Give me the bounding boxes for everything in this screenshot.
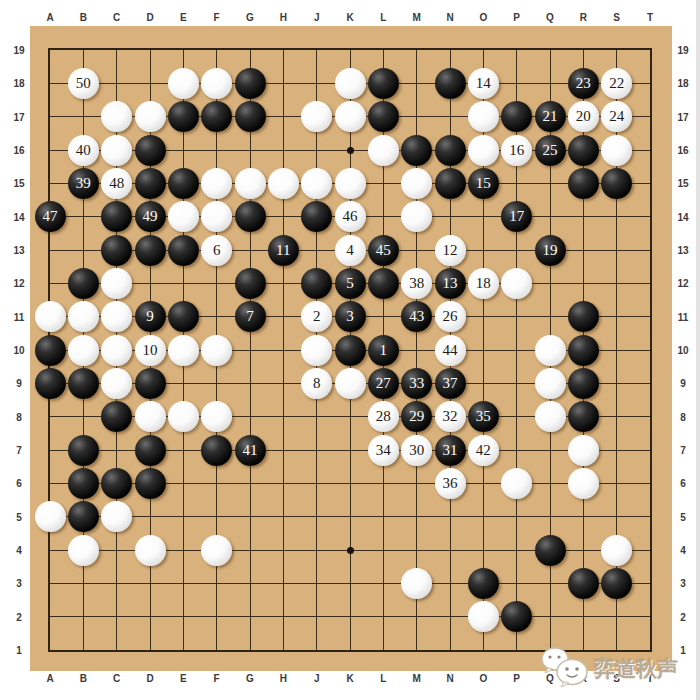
stone-D6 [135, 468, 166, 499]
stone-B12 [68, 268, 99, 299]
column-label-top: O [479, 12, 487, 23]
stone-E15 [168, 168, 199, 199]
row-label-right: 2 [680, 611, 686, 622]
row-label-right: 9 [680, 378, 686, 389]
stone-O18: 14 [468, 68, 499, 99]
stone-M7: 30 [401, 435, 432, 466]
row-label-left: 7 [16, 445, 22, 456]
stone-O16 [468, 135, 499, 166]
stone-C16 [101, 135, 132, 166]
row-label-left: 19 [13, 45, 24, 56]
stone-R17: 20 [568, 101, 599, 132]
stone-E17 [168, 101, 199, 132]
column-label-top: J [314, 12, 320, 23]
column-label-bottom: N [446, 673, 453, 684]
stone-R11 [568, 301, 599, 332]
column-label-bottom: J [314, 673, 320, 684]
stone-M16 [401, 135, 432, 166]
grid-line-horizontal [50, 616, 650, 617]
stone-R8 [568, 401, 599, 432]
stone-L13: 45 [368, 235, 399, 266]
stone-N10: 44 [435, 335, 466, 366]
stone-B11 [68, 301, 99, 332]
stone-N12: 13 [435, 268, 466, 299]
stone-F4 [201, 535, 232, 566]
stone-E13 [168, 235, 199, 266]
stone-L10: 1 [368, 335, 399, 366]
row-label-left: 10 [13, 345, 24, 356]
column-label-top: E [180, 12, 187, 23]
stone-K14: 46 [335, 201, 366, 232]
stone-D7 [135, 435, 166, 466]
stone-Q9 [535, 368, 566, 399]
stone-O12: 18 [468, 268, 499, 299]
stone-A9 [35, 368, 66, 399]
column-label-bottom: F [214, 673, 220, 684]
stone-E18 [168, 68, 199, 99]
stone-R9 [568, 368, 599, 399]
stone-E8 [168, 401, 199, 432]
stone-S4 [601, 535, 632, 566]
row-label-left: 12 [13, 278, 24, 289]
row-label-left: 14 [13, 211, 24, 222]
stone-P16: 16 [501, 135, 532, 166]
stone-J15 [301, 168, 332, 199]
stone-R7 [568, 435, 599, 466]
stone-R18: 23 [568, 68, 599, 99]
stone-C12 [101, 268, 132, 299]
stone-B7 [68, 435, 99, 466]
stone-D14: 49 [135, 201, 166, 232]
stone-D10: 10 [135, 335, 166, 366]
row-label-left: 5 [16, 511, 22, 522]
row-label-right: 10 [677, 345, 688, 356]
stone-O15: 15 [468, 168, 499, 199]
column-label-bottom: B [80, 673, 87, 684]
row-label-right: 12 [677, 278, 688, 289]
stone-G12 [235, 268, 266, 299]
column-label-bottom: G [246, 673, 254, 684]
stone-O2 [468, 601, 499, 632]
stone-G14 [235, 201, 266, 232]
stone-N15 [435, 168, 466, 199]
stone-G11: 7 [235, 301, 266, 332]
row-label-right: 11 [678, 311, 689, 322]
stone-A5 [35, 501, 66, 532]
row-label-left: 3 [16, 578, 22, 589]
row-label-left: 13 [13, 245, 24, 256]
row-label-left: 4 [16, 545, 22, 556]
stone-K12: 5 [335, 268, 366, 299]
column-label-top: T [647, 12, 653, 23]
stone-N16 [435, 135, 466, 166]
stone-F7 [201, 435, 232, 466]
stone-Q8 [535, 401, 566, 432]
column-label-top: Q [546, 12, 554, 23]
stone-R16 [568, 135, 599, 166]
stone-C15: 48 [101, 168, 132, 199]
row-label-left: 15 [13, 178, 24, 189]
column-label-top: G [246, 12, 254, 23]
stone-C6 [101, 468, 132, 499]
stone-D9 [135, 368, 166, 399]
row-label-left: 11 [14, 311, 25, 322]
row-label-right: 18 [677, 78, 688, 89]
stone-Q13: 19 [535, 235, 566, 266]
stone-G18 [235, 68, 266, 99]
stone-G15 [235, 168, 266, 199]
stone-O8: 35 [468, 401, 499, 432]
stone-D17 [135, 101, 166, 132]
stone-L9: 27 [368, 368, 399, 399]
column-label-top: S [613, 12, 620, 23]
stone-O7: 42 [468, 435, 499, 466]
stone-Q4 [535, 535, 566, 566]
stone-F10 [201, 335, 232, 366]
row-label-right: 6 [680, 478, 686, 489]
stone-B16: 40 [68, 135, 99, 166]
stone-P6 [501, 468, 532, 499]
row-label-left: 8 [16, 411, 22, 422]
stone-H13: 11 [268, 235, 299, 266]
stone-N7: 31 [435, 435, 466, 466]
row-label-right: 7 [680, 445, 686, 456]
column-label-bottom: C [113, 673, 120, 684]
column-label-top: D [146, 12, 153, 23]
stone-F15 [201, 168, 232, 199]
row-label-left: 6 [16, 478, 22, 489]
stone-A11 [35, 301, 66, 332]
row-label-right: 1 [680, 645, 686, 656]
stone-D11: 9 [135, 301, 166, 332]
stone-B9 [68, 368, 99, 399]
grid-line-horizontal [50, 583, 650, 584]
stone-R6 [568, 468, 599, 499]
row-label-right: 8 [680, 411, 686, 422]
stone-D16 [135, 135, 166, 166]
row-label-left: 18 [13, 78, 24, 89]
stone-Q10 [535, 335, 566, 366]
column-label-top: F [214, 12, 220, 23]
stone-M15 [401, 168, 432, 199]
row-label-right: 19 [677, 45, 688, 56]
row-label-left: 17 [13, 111, 24, 122]
stone-M12: 38 [401, 268, 432, 299]
stone-O17 [468, 101, 499, 132]
row-label-left: 16 [13, 145, 24, 156]
wechat-chat-bubbles-icon [538, 646, 590, 692]
column-label-top: B [80, 12, 87, 23]
row-label-right: 15 [677, 178, 688, 189]
stone-F18 [201, 68, 232, 99]
row-label-left: 9 [16, 378, 22, 389]
stone-N13: 12 [435, 235, 466, 266]
stone-N6: 36 [435, 468, 466, 499]
column-label-top: K [346, 12, 353, 23]
stone-C9 [101, 368, 132, 399]
stone-N8: 32 [435, 401, 466, 432]
stone-B15: 39 [68, 168, 99, 199]
stone-P12 [501, 268, 532, 299]
stone-N18 [435, 68, 466, 99]
row-label-right: 4 [680, 545, 686, 556]
stone-S16 [601, 135, 632, 166]
row-label-right: 14 [677, 211, 688, 222]
watermark-text: 弈道秋声 [594, 655, 678, 683]
column-label-bottom: D [146, 673, 153, 684]
stone-S3 [601, 568, 632, 599]
stone-D4 [135, 535, 166, 566]
star-point [347, 147, 354, 154]
stone-E10 [168, 335, 199, 366]
column-label-bottom: M [412, 673, 420, 684]
stone-K11: 3 [335, 301, 366, 332]
stone-J9: 8 [301, 368, 332, 399]
stone-B18: 50 [68, 68, 99, 99]
stone-L17 [368, 101, 399, 132]
stone-D15 [135, 168, 166, 199]
stone-E11 [168, 301, 199, 332]
stone-F13: 6 [201, 235, 232, 266]
stone-Q16: 25 [535, 135, 566, 166]
stone-H15 [268, 168, 299, 199]
stone-B10 [68, 335, 99, 366]
stone-K18 [335, 68, 366, 99]
column-label-top: H [280, 12, 287, 23]
stone-C13 [101, 235, 132, 266]
stone-L12 [368, 268, 399, 299]
watermark: 弈道秋声 [538, 646, 678, 692]
star-point [347, 547, 354, 554]
stone-B4 [68, 535, 99, 566]
stone-B6 [68, 468, 99, 499]
stone-K9 [335, 368, 366, 399]
column-label-top: N [446, 12, 453, 23]
column-label-bottom: L [380, 673, 386, 684]
row-label-right: 13 [677, 245, 688, 256]
column-label-top: M [412, 12, 420, 23]
column-label-bottom: O [479, 673, 487, 684]
column-label-bottom: H [280, 673, 287, 684]
row-label-right: 17 [677, 111, 688, 122]
column-label-top: A [46, 12, 53, 23]
row-label-right: 16 [677, 145, 688, 156]
stone-K10 [335, 335, 366, 366]
row-label-right: 5 [680, 511, 686, 522]
stone-S18: 22 [601, 68, 632, 99]
column-label-bottom: E [180, 673, 187, 684]
stone-L7: 34 [368, 435, 399, 466]
stone-Q17: 21 [535, 101, 566, 132]
stone-C10 [101, 335, 132, 366]
row-label-left: 2 [16, 611, 22, 622]
stone-E14 [168, 201, 199, 232]
column-label-bottom: P [513, 673, 520, 684]
stone-B5 [68, 501, 99, 532]
column-label-bottom: A [46, 673, 53, 684]
stone-M9: 33 [401, 368, 432, 399]
stone-K17 [335, 101, 366, 132]
stone-N9: 37 [435, 368, 466, 399]
stone-D8 [135, 401, 166, 432]
stone-D13 [135, 235, 166, 266]
stone-L16 [368, 135, 399, 166]
screen-edge-shade [696, 0, 700, 700]
stone-R3 [568, 568, 599, 599]
column-label-top: P [513, 12, 520, 23]
grid-line-horizontal [50, 516, 650, 517]
stone-R10 [568, 335, 599, 366]
column-label-bottom: K [346, 673, 353, 684]
stone-N11: 26 [435, 301, 466, 332]
column-label-top: L [380, 12, 386, 23]
stone-S15 [601, 168, 632, 199]
stone-L18 [368, 68, 399, 99]
go-diagram-page: AABBCCDDEEFFGGHHJJKKLLMMNNOOPPQQRRSSTT19… [0, 0, 700, 700]
row-label-right: 3 [680, 578, 686, 589]
stone-K15 [335, 168, 366, 199]
row-label-left: 1 [16, 645, 22, 656]
stone-J12 [301, 268, 332, 299]
stone-K13: 4 [335, 235, 366, 266]
stone-L8: 28 [368, 401, 399, 432]
column-label-top: C [113, 12, 120, 23]
column-label-top: R [580, 12, 587, 23]
stone-M3 [401, 568, 432, 599]
stone-G7: 41 [235, 435, 266, 466]
stone-O3 [468, 568, 499, 599]
stone-A14: 47 [35, 201, 66, 232]
stone-A10 [35, 335, 66, 366]
stone-R15 [568, 168, 599, 199]
stone-J10 [301, 335, 332, 366]
stone-G17 [235, 101, 266, 132]
